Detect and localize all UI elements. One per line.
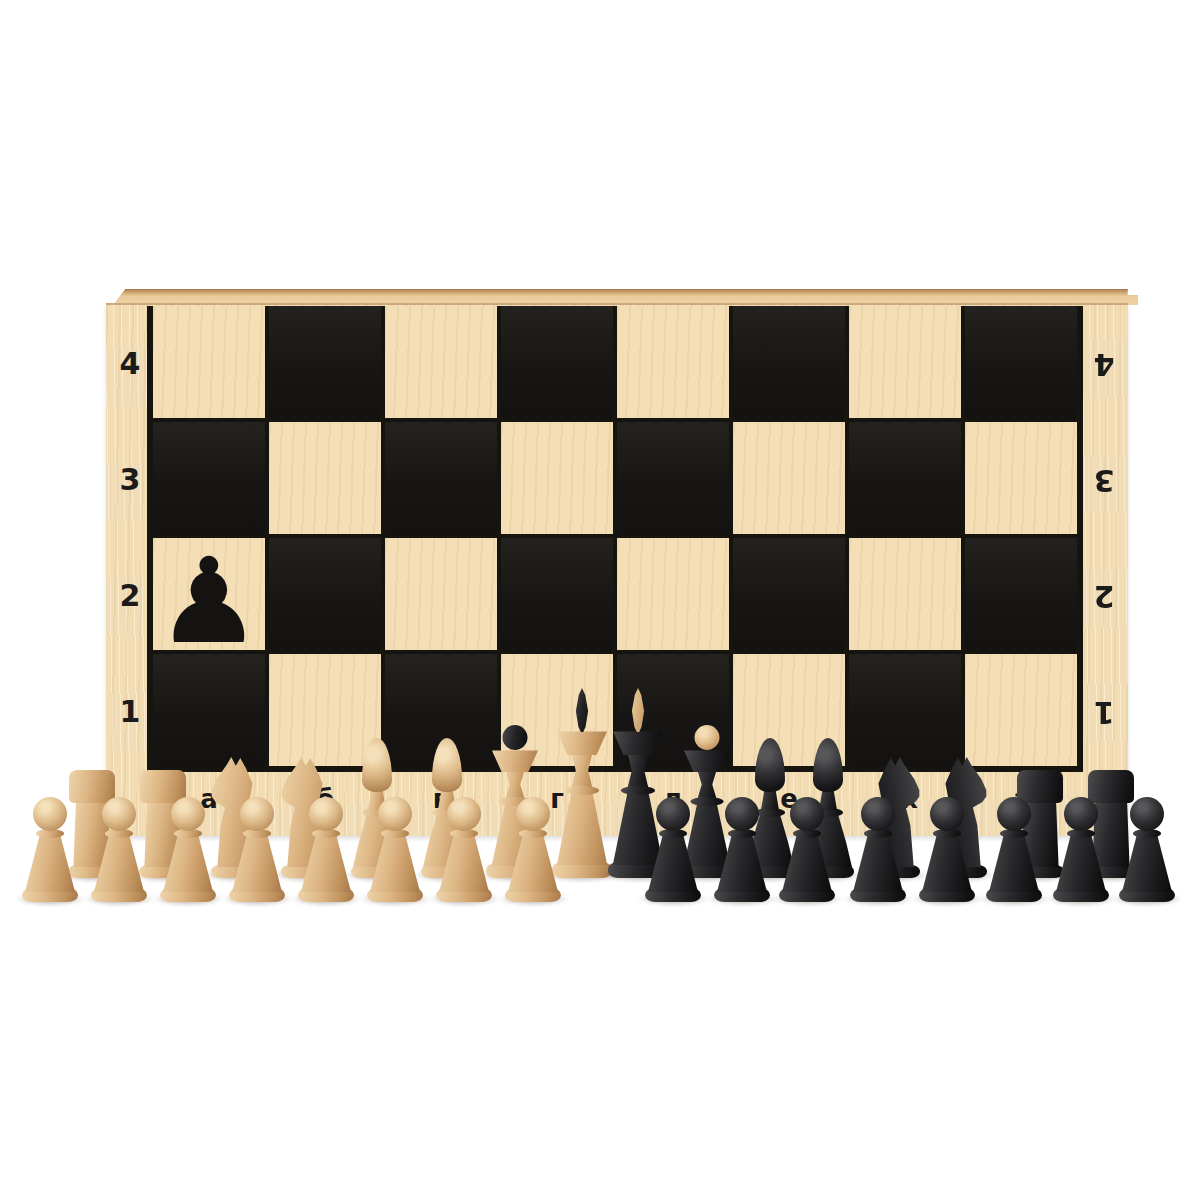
rank-label-right-4: 4 bbox=[1082, 342, 1126, 386]
bishop-base bbox=[351, 865, 403, 878]
file-letter-c: в bbox=[421, 784, 461, 814]
chessboard: ♟ bbox=[147, 306, 1083, 772]
pawn-skirt bbox=[94, 834, 144, 892]
file-letter-g: ж bbox=[885, 784, 925, 814]
knight-shadow bbox=[203, 868, 273, 882]
file-letter-d: г bbox=[537, 784, 577, 814]
square-d2 bbox=[501, 538, 613, 650]
pawn-base bbox=[645, 888, 701, 902]
pawn-shadow bbox=[222, 892, 292, 906]
square-b4 bbox=[269, 306, 381, 418]
bishop-shadow bbox=[738, 868, 803, 882]
knight-shadow bbox=[858, 868, 928, 882]
pawn-base bbox=[298, 888, 354, 902]
file-letter-b: б bbox=[305, 784, 345, 814]
bishop-base bbox=[744, 865, 796, 878]
rook-base bbox=[1087, 865, 1135, 878]
king-base bbox=[552, 862, 612, 878]
pawn-skirt bbox=[989, 834, 1039, 892]
rook-base bbox=[1016, 865, 1064, 878]
pawn-base bbox=[160, 888, 216, 902]
file-letter-e: д bbox=[653, 784, 693, 814]
pawn-skirt bbox=[1056, 834, 1106, 892]
square-c3 bbox=[385, 422, 497, 534]
pawn-skirt bbox=[853, 834, 903, 892]
pawn-skirt bbox=[508, 834, 558, 892]
pawn-shadow bbox=[979, 892, 1049, 906]
queen-base bbox=[486, 863, 544, 878]
rank-label-right-3: 3 bbox=[1082, 458, 1126, 502]
bishop-shadow bbox=[415, 868, 480, 882]
rook-shadow bbox=[63, 868, 121, 882]
pawn-shadow bbox=[1046, 892, 1116, 906]
rook-base bbox=[68, 865, 116, 878]
printed-pawn-symbol: ♟ bbox=[156, 542, 262, 660]
file-letter-h: з bbox=[1001, 784, 1041, 814]
square-b3 bbox=[269, 422, 381, 534]
light-pawn bbox=[21, 790, 79, 902]
square-b2 bbox=[269, 538, 381, 650]
pawn-skirt bbox=[232, 834, 282, 892]
pawn-shadow bbox=[707, 892, 777, 906]
pawn-skirt bbox=[717, 834, 767, 892]
king-shadow bbox=[600, 868, 677, 882]
pawn-shadow bbox=[153, 892, 223, 906]
square-c4 bbox=[385, 306, 497, 418]
pawn-skirt bbox=[301, 834, 351, 892]
pawn-head bbox=[33, 797, 67, 831]
square-e2 bbox=[617, 538, 729, 650]
pawn-base bbox=[714, 888, 770, 902]
pawn-skirt bbox=[648, 834, 698, 892]
square-d1 bbox=[501, 654, 613, 766]
bishop-base bbox=[802, 865, 854, 878]
square-h3 bbox=[965, 422, 1077, 534]
square-e4 bbox=[617, 306, 729, 418]
pawn-shadow bbox=[429, 892, 499, 906]
pawn-base bbox=[1053, 888, 1109, 902]
pawn-collar bbox=[36, 829, 64, 838]
pawn-base bbox=[367, 888, 423, 902]
square-f4 bbox=[733, 306, 845, 418]
pawn-collar bbox=[1133, 829, 1161, 838]
square-a4 bbox=[153, 306, 265, 418]
square-g2 bbox=[849, 538, 961, 650]
pawn-base bbox=[850, 888, 906, 902]
square-f2 bbox=[733, 538, 845, 650]
pawn-shadow bbox=[1112, 892, 1182, 906]
rook-shadow bbox=[134, 868, 192, 882]
file-letter-f: е bbox=[769, 784, 809, 814]
pawn-base bbox=[1119, 888, 1175, 902]
square-g3 bbox=[849, 422, 961, 534]
knight-shadow bbox=[273, 868, 343, 882]
square-e3 bbox=[617, 422, 729, 534]
king-shadow bbox=[544, 868, 621, 882]
pawn-shadow bbox=[772, 892, 842, 906]
file-letter-a: а bbox=[189, 784, 229, 814]
king-base bbox=[608, 862, 668, 878]
square-g1 bbox=[849, 654, 961, 766]
rank-label-right-1: 1 bbox=[1082, 690, 1126, 734]
pawn-base bbox=[91, 888, 147, 902]
pawn-base bbox=[919, 888, 975, 902]
pawn-base bbox=[436, 888, 492, 902]
scene: ♟ 4321 4321 абвгдежз bbox=[0, 0, 1200, 1200]
knight-base bbox=[211, 865, 265, 878]
square-a1 bbox=[153, 654, 265, 766]
pawn-shadow bbox=[912, 892, 982, 906]
pawn-base bbox=[229, 888, 285, 902]
square-f3 bbox=[733, 422, 845, 534]
pawn-shadow bbox=[360, 892, 430, 906]
bishop-base bbox=[421, 865, 473, 878]
pawn-skirt bbox=[439, 834, 489, 892]
square-b1 bbox=[269, 654, 381, 766]
pawn-shadow bbox=[15, 892, 85, 906]
knight-shadow bbox=[925, 868, 995, 882]
pawn-base bbox=[22, 888, 78, 902]
rank-label-right-2: 2 bbox=[1082, 574, 1126, 618]
square-g4 bbox=[849, 306, 961, 418]
square-f1 bbox=[733, 654, 845, 766]
pawn-base bbox=[505, 888, 561, 902]
square-h2 bbox=[965, 538, 1077, 650]
rook-base bbox=[139, 865, 187, 878]
knight-base bbox=[933, 865, 987, 878]
pawn-shadow bbox=[291, 892, 361, 906]
queen-shadow bbox=[479, 868, 551, 882]
pawn-shadow bbox=[84, 892, 154, 906]
pawn-shadow bbox=[843, 892, 913, 906]
square-h4 bbox=[965, 306, 1077, 418]
pawn-skirt bbox=[163, 834, 213, 892]
queen-base bbox=[678, 863, 736, 878]
square-c1 bbox=[385, 654, 497, 766]
square-a3 bbox=[153, 422, 265, 534]
square-a2: ♟ bbox=[153, 538, 265, 650]
pawn-skirt bbox=[1122, 834, 1172, 892]
rank-label-left-4: 4 bbox=[108, 342, 152, 386]
rook-shadow bbox=[1011, 868, 1069, 882]
knight-base bbox=[866, 865, 920, 878]
pawn-head bbox=[1130, 797, 1164, 831]
pawn-skirt bbox=[782, 834, 832, 892]
square-d3 bbox=[501, 422, 613, 534]
bishop-shadow bbox=[796, 868, 861, 882]
square-d4 bbox=[501, 306, 613, 418]
queen-shadow bbox=[671, 868, 743, 882]
square-h1 bbox=[965, 654, 1077, 766]
pawn-base bbox=[779, 888, 835, 902]
rook-shadow bbox=[1082, 868, 1140, 882]
square-c2 bbox=[385, 538, 497, 650]
rank-label-left-1: 1 bbox=[108, 690, 152, 734]
rank-label-left-2: 2 bbox=[108, 574, 152, 618]
knight-base bbox=[281, 865, 335, 878]
pawn-skirt bbox=[25, 834, 75, 892]
pawn-shadow bbox=[638, 892, 708, 906]
pawn-shadow bbox=[498, 892, 568, 906]
pawn-skirt bbox=[922, 834, 972, 892]
rank-label-left-3: 3 bbox=[108, 458, 152, 502]
pawn-skirt bbox=[370, 834, 420, 892]
square-e1 bbox=[617, 654, 729, 766]
bishop-shadow bbox=[345, 868, 410, 882]
pawn-base bbox=[986, 888, 1042, 902]
